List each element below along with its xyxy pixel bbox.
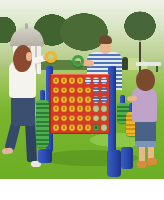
board-cell — [76, 123, 84, 132]
yellow-ring — [61, 96, 67, 102]
yellow-ring — [61, 87, 67, 93]
board-cell — [100, 113, 108, 122]
yellow-ring — [69, 96, 75, 102]
board-cell — [76, 85, 84, 94]
yellow-ring — [69, 124, 75, 130]
empty-hole — [101, 96, 107, 102]
gazebo-finial — [25, 23, 28, 29]
board-cell — [92, 123, 100, 132]
held-green-ring — [72, 55, 84, 67]
board-cell — [52, 76, 60, 85]
board-cell — [100, 123, 108, 132]
yellow-ring — [69, 87, 75, 93]
board-cell — [84, 123, 92, 132]
empty-hole — [93, 87, 99, 93]
empty-hole — [101, 124, 107, 130]
board-cell — [76, 104, 84, 113]
yellow-ring — [61, 105, 67, 111]
child-hair — [136, 69, 155, 91]
yellow-ring — [77, 115, 83, 121]
green-ring — [93, 124, 99, 130]
yellow-ring — [61, 115, 67, 121]
board-cell — [68, 76, 76, 85]
bottom-white-margin — [0, 179, 164, 200]
board-cell — [68, 123, 76, 132]
frame-foot — [107, 150, 121, 177]
yellow-ring — [61, 77, 67, 83]
board-cell — [84, 95, 92, 104]
yellow-ring — [85, 87, 91, 93]
empty-hole — [101, 77, 107, 83]
empty-hole — [93, 105, 99, 111]
yellow-ring — [85, 115, 91, 121]
frame-foot — [38, 149, 52, 163]
board-cell — [84, 85, 92, 94]
board-cell — [100, 85, 108, 94]
board-cell — [60, 123, 68, 132]
yellow-ring — [53, 77, 59, 83]
yellow-ring — [69, 115, 75, 121]
board-cell — [60, 76, 68, 85]
bench-leg — [156, 66, 158, 72]
yellow-ring — [69, 77, 75, 83]
yellow-ring — [77, 105, 83, 111]
board-cell — [92, 85, 100, 94]
board-cell — [76, 95, 84, 104]
board-cell — [100, 95, 108, 104]
board-cell — [52, 95, 60, 104]
empty-hole — [101, 105, 107, 111]
empty-hole — [93, 96, 99, 102]
product-photo — [0, 0, 164, 200]
board-cell — [100, 76, 108, 85]
board-cell — [92, 95, 100, 104]
yellow-ring — [85, 96, 91, 102]
board-cell — [52, 85, 60, 94]
empty-hole — [101, 87, 107, 93]
board-cell — [60, 85, 68, 94]
yellow-ring — [53, 87, 59, 93]
board-cell — [92, 113, 100, 122]
yellow-ring — [53, 124, 59, 130]
yellow-ring — [69, 105, 75, 111]
woman-jeans — [11, 96, 35, 126]
yellow-ring — [77, 87, 83, 93]
yellow-ring — [77, 124, 83, 130]
board-cell — [68, 113, 76, 122]
yellow-ring — [53, 105, 59, 111]
board-cell — [84, 104, 92, 113]
park-scene — [0, 0, 164, 180]
board-cell — [52, 104, 60, 113]
empty-hole — [93, 115, 99, 121]
distant-person — [122, 57, 128, 70]
board-grid — [50, 74, 110, 134]
empty-hole — [93, 77, 99, 83]
yellow-ring — [61, 124, 67, 130]
child-shirt — [132, 88, 157, 122]
held-yellow-ring — [45, 51, 57, 63]
empty-hole — [85, 77, 91, 83]
child-shoe — [137, 161, 147, 168]
board-cell — [60, 113, 68, 122]
board-cell — [52, 113, 60, 122]
frame-foot — [121, 147, 133, 169]
board-cell — [76, 76, 84, 85]
board-cell — [76, 113, 84, 122]
woman-face — [26, 52, 32, 61]
board-cell — [92, 104, 100, 113]
yellow-ring — [77, 77, 83, 83]
child-leg — [139, 147, 145, 162]
empty-hole — [101, 115, 107, 121]
man-hair — [99, 35, 112, 44]
yellow-ring — [85, 105, 91, 111]
yellow-ring — [53, 115, 59, 121]
board-cell — [52, 123, 60, 132]
yellow-ring — [53, 96, 59, 102]
board-cell — [68, 104, 76, 113]
board-cell — [84, 76, 92, 85]
board-cell — [100, 104, 108, 113]
board-cell — [68, 95, 76, 104]
green-ring-stack — [36, 100, 49, 147]
board-cell — [84, 113, 92, 122]
board-cell — [68, 85, 76, 94]
board-cell — [60, 95, 68, 104]
board-cell — [92, 76, 100, 85]
board-cell — [60, 104, 68, 113]
yellow-ring — [85, 124, 91, 130]
yellow-ring — [77, 96, 83, 102]
